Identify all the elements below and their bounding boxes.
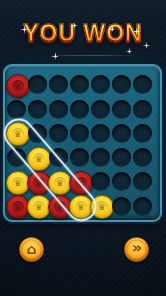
- hole: [28, 124, 47, 143]
- hole: [91, 172, 110, 191]
- hole: [7, 148, 26, 167]
- cell-r3c6[interactable]: [133, 148, 152, 167]
- cell-r1c6[interactable]: [133, 100, 152, 119]
- board: ♛♛♛♛♛♛♛♛♛♛♛♛: [3, 64, 162, 222]
- cell-r5c6[interactable]: [133, 197, 152, 216]
- cell-r3c0[interactable]: [7, 148, 26, 167]
- crown-icon: ♛: [96, 201, 108, 213]
- cell-r3c5[interactable]: [112, 148, 131, 167]
- cell-r2c1[interactable]: [28, 124, 47, 143]
- you-won-title: YOU WON: [0, 21, 166, 46]
- hole: [28, 100, 47, 119]
- hole: [91, 75, 110, 94]
- cell-r0c0[interactable]: ♛: [7, 75, 26, 94]
- cell-r5c4[interactable]: ♛: [91, 197, 110, 216]
- cell-r3c3[interactable]: [70, 148, 89, 167]
- sparkle-icon: [126, 48, 132, 54]
- crown-icon: ♛: [12, 201, 24, 213]
- cell-r0c5[interactable]: [112, 75, 131, 94]
- hole: [112, 148, 131, 167]
- cell-r1c0[interactable]: [7, 100, 26, 119]
- red-piece: ♛: [69, 171, 93, 195]
- cell-r2c5[interactable]: [112, 124, 131, 143]
- cell-r4c4[interactable]: [91, 172, 110, 191]
- cell-r1c3[interactable]: [70, 100, 89, 119]
- hole: [91, 100, 110, 119]
- cell-r3c4[interactable]: [91, 148, 110, 167]
- hole: [70, 75, 89, 94]
- hole: [70, 100, 89, 119]
- crown-icon: ♛: [75, 201, 87, 213]
- cell-r0c4[interactable]: [91, 75, 110, 94]
- cell-r1c5[interactable]: [112, 100, 131, 119]
- next-icon: »: [132, 240, 141, 256]
- hole: [70, 124, 89, 143]
- hole: [133, 197, 152, 216]
- cell-r4c3[interactable]: ♛: [70, 172, 89, 191]
- game-screen: YOU WON ♛♛♛♛♛♛♛♛♛♛♛♛ ⌂ »: [0, 0, 166, 296]
- crown-icon: ♛: [12, 177, 24, 189]
- cell-r5c0[interactable]: ♛: [7, 197, 26, 216]
- cell-r0c2[interactable]: [49, 75, 68, 94]
- crown-icon: ♛: [33, 177, 45, 189]
- next-button[interactable]: »: [124, 237, 149, 262]
- crown-icon: ♛: [33, 153, 45, 165]
- hole: [112, 75, 131, 94]
- home-icon: ⌂: [26, 242, 36, 256]
- yellow-piece: ♛: [27, 147, 51, 171]
- hole: [91, 124, 110, 143]
- hole: [112, 172, 131, 191]
- hole: [133, 124, 152, 143]
- hole: [133, 75, 152, 94]
- hole: [112, 197, 131, 216]
- hole: [91, 148, 110, 167]
- crown-icon: ♛: [33, 201, 45, 213]
- hole: [49, 75, 68, 94]
- red-piece: ♛: [6, 74, 30, 98]
- hole: [133, 172, 152, 191]
- title-underline: [50, 55, 136, 56]
- sparkle-icon: [51, 52, 59, 60]
- hole: [112, 124, 131, 143]
- hole: [28, 75, 47, 94]
- home-button[interactable]: ⌂: [19, 237, 44, 262]
- cell-r5c3[interactable]: ♛: [70, 197, 89, 216]
- cell-r3c2[interactable]: [49, 148, 68, 167]
- cell-r5c1[interactable]: ♛: [28, 197, 47, 216]
- crown-icon: ♛: [12, 80, 24, 92]
- crown-icon: ♛: [54, 201, 66, 213]
- cell-r2c4[interactable]: [91, 124, 110, 143]
- cell-r2c2[interactable]: [49, 124, 68, 143]
- crown-icon: ♛: [12, 128, 24, 140]
- cell-r2c6[interactable]: [133, 124, 152, 143]
- hole: [133, 148, 152, 167]
- cell-r0c1[interactable]: [28, 75, 47, 94]
- cell-r1c4[interactable]: [91, 100, 110, 119]
- cell-r3c1[interactable]: ♛: [28, 148, 47, 167]
- cell-r4c2[interactable]: ♛: [49, 172, 68, 191]
- hole: [7, 100, 26, 119]
- yellow-piece: ♛: [6, 122, 30, 146]
- cell-r5c2[interactable]: ♛: [49, 197, 68, 216]
- cell-r4c6[interactable]: [133, 172, 152, 191]
- cell-r0c3[interactable]: [70, 75, 89, 94]
- cell-r4c1[interactable]: ♛: [28, 172, 47, 191]
- crown-icon: ♛: [54, 177, 66, 189]
- hole: [49, 148, 68, 167]
- yellow-piece: ♛: [90, 195, 114, 219]
- hole: [70, 148, 89, 167]
- hole: [49, 100, 68, 119]
- cell-r1c1[interactable]: [28, 100, 47, 119]
- cell-r4c0[interactable]: ♛: [7, 172, 26, 191]
- cell-r5c5[interactable]: [112, 197, 131, 216]
- cell-r2c3[interactable]: [70, 124, 89, 143]
- crown-icon: ♛: [75, 177, 87, 189]
- cell-r0c6[interactable]: [133, 75, 152, 94]
- hole: [112, 100, 131, 119]
- cell-r1c2[interactable]: [49, 100, 68, 119]
- cell-r4c5[interactable]: [112, 172, 131, 191]
- hole: [49, 124, 68, 143]
- hole: [133, 100, 152, 119]
- cell-r2c0[interactable]: ♛: [7, 124, 26, 143]
